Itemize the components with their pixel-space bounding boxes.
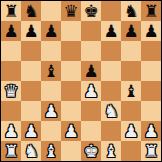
square-b3[interactable] xyxy=(21,101,41,121)
piece-white-rook[interactable]: ♜ xyxy=(3,141,18,161)
square-e3[interactable] xyxy=(81,101,101,121)
piece-black-pawn[interactable]: ♟ xyxy=(83,61,98,81)
square-d3[interactable] xyxy=(61,101,81,121)
piece-black-queen[interactable]: ♛ xyxy=(63,1,78,21)
square-e7[interactable] xyxy=(81,21,101,41)
piece-white-knight[interactable]: ♞ xyxy=(23,141,38,161)
square-a8[interactable]: ♜ xyxy=(1,1,21,21)
piece-white-pawn[interactable]: ♟ xyxy=(63,121,78,141)
square-b2[interactable]: ♟ xyxy=(21,121,41,141)
square-h3[interactable] xyxy=(141,101,161,121)
piece-black-bishop[interactable]: ♝ xyxy=(43,61,58,81)
square-c7[interactable]: ♟ xyxy=(41,21,61,41)
piece-white-pawn[interactable]: ♟ xyxy=(43,101,58,121)
piece-white-queen[interactable]: ♛ xyxy=(3,81,18,101)
square-e5[interactable]: ♟ xyxy=(81,61,101,81)
square-f4[interactable] xyxy=(101,81,121,101)
square-h8[interactable]: ♜ xyxy=(141,1,161,21)
piece-black-knight[interactable]: ♞ xyxy=(123,1,138,21)
square-a6[interactable] xyxy=(1,41,21,61)
square-b8[interactable]: ♞ xyxy=(21,1,41,21)
square-h4[interactable] xyxy=(141,81,161,101)
square-b1[interactable]: ♞ xyxy=(21,141,41,161)
piece-white-pawn[interactable]: ♟ xyxy=(3,121,18,141)
piece-white-pawn[interactable]: ♟ xyxy=(123,121,138,141)
square-f1[interactable]: ♝ xyxy=(101,141,121,161)
square-f7[interactable]: ♟ xyxy=(101,21,121,41)
square-b5[interactable] xyxy=(21,61,41,81)
piece-white-rook[interactable]: ♜ xyxy=(143,141,158,161)
square-f6[interactable] xyxy=(101,41,121,61)
piece-black-king[interactable]: ♚ xyxy=(83,1,98,21)
square-d4[interactable] xyxy=(61,81,81,101)
square-h6[interactable] xyxy=(141,41,161,61)
square-c5[interactable]: ♝ xyxy=(41,61,61,81)
square-d2[interactable]: ♟ xyxy=(61,121,81,141)
piece-black-rook[interactable]: ♜ xyxy=(3,1,18,21)
piece-white-bishop[interactable]: ♝ xyxy=(103,141,118,161)
square-g2[interactable]: ♟ xyxy=(121,121,141,141)
piece-white-knight[interactable]: ♞ xyxy=(103,101,118,121)
square-g8[interactable]: ♞ xyxy=(121,1,141,21)
piece-white-pawn[interactable]: ♟ xyxy=(143,121,158,141)
square-a3[interactable] xyxy=(1,101,21,121)
square-b7[interactable]: ♟ xyxy=(21,21,41,41)
piece-black-pawn[interactable]: ♟ xyxy=(143,21,158,41)
square-g1[interactable] xyxy=(121,141,141,161)
square-e4[interactable]: ♟ xyxy=(81,81,101,101)
piece-white-pawn[interactable]: ♟ xyxy=(83,81,98,101)
piece-black-pawn[interactable]: ♟ xyxy=(23,21,38,41)
square-e8[interactable]: ♚ xyxy=(81,1,101,21)
square-g5[interactable] xyxy=(121,61,141,81)
square-h5[interactable] xyxy=(141,61,161,81)
square-f5[interactable] xyxy=(101,61,121,81)
piece-black-bishop[interactable]: ♝ xyxy=(123,81,138,101)
square-c1[interactable]: ♝ xyxy=(41,141,61,161)
square-c3[interactable]: ♟ xyxy=(41,101,61,121)
square-g3[interactable] xyxy=(121,101,141,121)
square-h2[interactable]: ♟ xyxy=(141,121,161,141)
square-d8[interactable]: ♛ xyxy=(61,1,81,21)
piece-white-bishop[interactable]: ♝ xyxy=(43,141,58,161)
square-c2[interactable] xyxy=(41,121,61,141)
chess-board: ♜♞♛♚♞♜♟♟♟♟♟♟♝♟♛♟♝♟♞♟♟♟♟♟♜♞♝♚♝♜ xyxy=(0,0,162,162)
square-a5[interactable] xyxy=(1,61,21,81)
square-f2[interactable] xyxy=(101,121,121,141)
piece-black-pawn[interactable]: ♟ xyxy=(123,21,138,41)
square-g6[interactable] xyxy=(121,41,141,61)
square-c6[interactable] xyxy=(41,41,61,61)
piece-black-rook[interactable]: ♜ xyxy=(143,1,158,21)
square-c4[interactable] xyxy=(41,81,61,101)
square-d1[interactable] xyxy=(61,141,81,161)
piece-white-king[interactable]: ♚ xyxy=(83,141,98,161)
square-g7[interactable]: ♟ xyxy=(121,21,141,41)
piece-black-pawn[interactable]: ♟ xyxy=(3,21,18,41)
square-c8[interactable] xyxy=(41,1,61,21)
square-h7[interactable]: ♟ xyxy=(141,21,161,41)
square-b4[interactable] xyxy=(21,81,41,101)
square-e2[interactable] xyxy=(81,121,101,141)
square-a7[interactable]: ♟ xyxy=(1,21,21,41)
square-d7[interactable] xyxy=(61,21,81,41)
square-a4[interactable]: ♛ xyxy=(1,81,21,101)
square-d6[interactable] xyxy=(61,41,81,61)
square-h1[interactable]: ♜ xyxy=(141,141,161,161)
square-a2[interactable]: ♟ xyxy=(1,121,21,141)
square-f3[interactable]: ♞ xyxy=(101,101,121,121)
square-g4[interactable]: ♝ xyxy=(121,81,141,101)
square-e6[interactable] xyxy=(81,41,101,61)
square-d5[interactable] xyxy=(61,61,81,81)
square-e1[interactable]: ♚ xyxy=(81,141,101,161)
piece-black-knight[interactable]: ♞ xyxy=(23,1,38,21)
square-b6[interactable] xyxy=(21,41,41,61)
piece-black-pawn[interactable]: ♟ xyxy=(103,21,118,41)
piece-white-pawn[interactable]: ♟ xyxy=(23,121,38,141)
square-f8[interactable] xyxy=(101,1,121,21)
piece-black-pawn[interactable]: ♟ xyxy=(43,21,58,41)
square-a1[interactable]: ♜ xyxy=(1,141,21,161)
